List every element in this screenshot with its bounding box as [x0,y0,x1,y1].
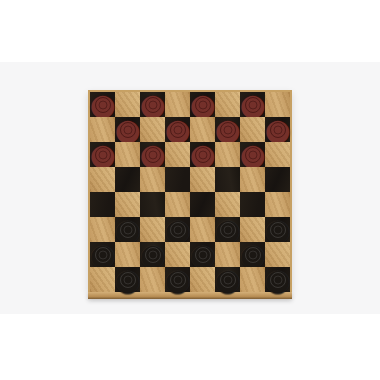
checker-black[interactable]: ● [240,242,265,267]
square-r3c8 [265,142,290,167]
square-r7c3[interactable]: ● [140,242,165,267]
square-r6c2[interactable]: ● [115,217,140,242]
checker-red[interactable]: ● [240,142,265,167]
product-photo: ●●●●●●●●●●●●●●●●●●●●●●●● [0,0,380,380]
checker-black[interactable]: ● [265,267,290,292]
square-r1c5[interactable]: ● [190,92,215,117]
checkers-board-outer: ●●●●●●●●●●●●●●●●●●●●●●●● [88,90,292,299]
checker-red[interactable]: ● [240,92,265,117]
square-r4c6[interactable] [215,167,240,192]
checker-black[interactable]: ● [215,267,240,292]
square-r3c5[interactable]: ● [190,142,215,167]
checker-red[interactable]: ● [165,117,190,142]
checker-black[interactable]: ● [140,242,165,267]
square-r6c6[interactable]: ● [215,217,240,242]
checker-black[interactable]: ● [115,267,140,292]
checker-red[interactable]: ● [190,142,215,167]
square-r8c5 [190,267,215,292]
square-r3c4 [165,142,190,167]
square-r6c8[interactable]: ● [265,217,290,242]
checker-red[interactable]: ● [215,117,240,142]
square-r2c2[interactable]: ● [115,117,140,142]
checker-black[interactable]: ● [265,217,290,242]
square-r3c1[interactable]: ● [90,142,115,167]
square-r3c2 [115,142,140,167]
checker-black[interactable]: ● [165,267,190,292]
square-r7c5[interactable]: ● [190,242,215,267]
checker-red[interactable]: ● [90,92,115,117]
checker-black[interactable]: ● [190,242,215,267]
square-r8c1 [90,267,115,292]
square-r5c5[interactable] [190,192,215,217]
square-r4c2[interactable] [115,167,140,192]
square-r7c7[interactable]: ● [240,242,265,267]
square-r2c4[interactable]: ● [165,117,190,142]
checker-black[interactable]: ● [215,217,240,242]
square-r1c3[interactable]: ● [140,92,165,117]
square-r7c1[interactable]: ● [90,242,115,267]
square-r8c4[interactable]: ● [165,267,190,292]
checker-red[interactable]: ● [115,117,140,142]
square-r4c3 [140,167,165,192]
checker-red[interactable]: ● [140,92,165,117]
square-r8c6[interactable]: ● [215,267,240,292]
square-r4c8[interactable] [265,167,290,192]
checker-red[interactable]: ● [90,142,115,167]
square-r4c5 [190,167,215,192]
square-r4c4[interactable] [165,167,190,192]
square-r4c7 [240,167,265,192]
checker-red[interactable]: ● [140,142,165,167]
square-r2c8[interactable]: ● [265,117,290,142]
checker-red[interactable]: ● [190,92,215,117]
checker-black[interactable]: ● [90,242,115,267]
square-r8c2[interactable]: ● [115,267,140,292]
square-r3c7[interactable]: ● [240,142,265,167]
square-r5c1[interactable] [90,192,115,217]
square-r3c6 [215,142,240,167]
square-r8c7 [240,267,265,292]
checker-black[interactable]: ● [165,217,190,242]
square-r5c3[interactable] [140,192,165,217]
square-r4c1 [90,167,115,192]
square-r5c7[interactable] [240,192,265,217]
square-r1c1[interactable]: ● [90,92,115,117]
board: ●●●●●●●●●●●●●●●●●●●●●●●● [88,90,292,292]
square-r1c7[interactable]: ● [240,92,265,117]
square-r3c3[interactable]: ● [140,142,165,167]
square-r8c3 [140,267,165,292]
square-r2c6[interactable]: ● [215,117,240,142]
square-r6c4[interactable]: ● [165,217,190,242]
checker-red[interactable]: ● [265,117,290,142]
checker-black[interactable]: ● [115,217,140,242]
square-r8c8[interactable]: ● [265,267,290,292]
